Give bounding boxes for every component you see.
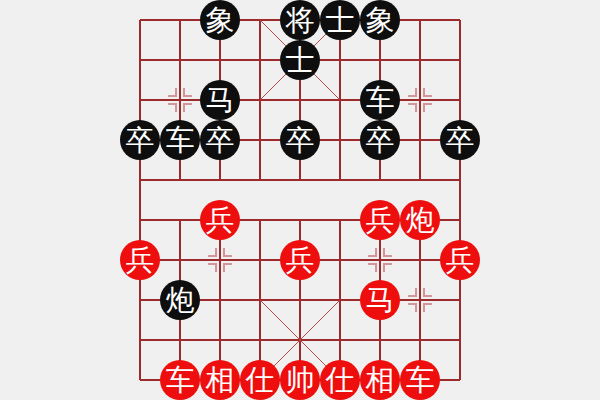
piece-red-advisor[interactable]: 仕 [240, 360, 280, 400]
piece-black-advisor[interactable]: 士 [280, 40, 320, 80]
piece-red-general[interactable]: 帅 [280, 360, 320, 400]
piece-black-chariot[interactable]: 车 [160, 120, 200, 160]
piece-black-soldier[interactable]: 卒 [360, 120, 400, 160]
xiangqi-app-screen: 象将士象士马车卒车卒卒卒卒兵兵炮兵兵兵炮马车相仕帅仕相车 [0, 0, 600, 400]
piece-red-soldier[interactable]: 兵 [120, 240, 160, 280]
piece-red-soldier[interactable]: 兵 [440, 240, 480, 280]
xiangqi-board[interactable]: 象将士象士马车卒车卒卒卒卒兵兵炮兵兵兵炮马车相仕帅仕相车 [120, 0, 480, 400]
piece-red-advisor[interactable]: 仕 [320, 360, 360, 400]
piece-red-soldier[interactable]: 兵 [360, 200, 400, 240]
piece-red-soldier[interactable]: 兵 [280, 240, 320, 280]
piece-black-soldier[interactable]: 卒 [200, 120, 240, 160]
piece-black-cannon[interactable]: 炮 [160, 280, 200, 320]
piece-black-advisor[interactable]: 士 [320, 0, 360, 40]
piece-black-general[interactable]: 将 [280, 0, 320, 40]
piece-red-cannon[interactable]: 炮 [400, 200, 440, 240]
piece-black-horse[interactable]: 马 [200, 80, 240, 120]
piece-black-chariot[interactable]: 车 [360, 80, 400, 120]
piece-black-soldier[interactable]: 卒 [120, 120, 160, 160]
piece-red-chariot[interactable]: 车 [400, 360, 440, 400]
piece-red-chariot[interactable]: 车 [160, 360, 200, 400]
piece-red-elephant[interactable]: 相 [200, 360, 240, 400]
piece-red-elephant[interactable]: 相 [360, 360, 400, 400]
piece-black-elephant[interactable]: 象 [200, 0, 240, 40]
piece-black-elephant[interactable]: 象 [360, 0, 400, 40]
piece-red-horse[interactable]: 马 [360, 280, 400, 320]
piece-black-soldier[interactable]: 卒 [440, 120, 480, 160]
piece-black-soldier[interactable]: 卒 [280, 120, 320, 160]
pieces-layer: 象将士象士马车卒车卒卒卒卒兵兵炮兵兵兵炮马车相仕帅仕相车 [120, 0, 480, 400]
piece-red-soldier[interactable]: 兵 [200, 200, 240, 240]
